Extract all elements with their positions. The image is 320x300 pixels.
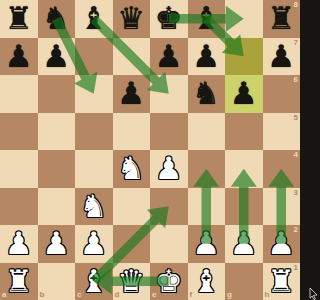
piece-black-rook-h8[interactable]: ♜ bbox=[267, 0, 295, 38]
square-d4[interactable]: ♞ bbox=[113, 150, 151, 188]
square-a7[interactable]: ♟ bbox=[0, 38, 38, 76]
square-e2[interactable] bbox=[150, 225, 188, 263]
square-b8[interactable]: ♞ bbox=[38, 0, 76, 38]
coord-file-h: h bbox=[265, 291, 270, 299]
piece-white-pawn-a2[interactable]: ♟ bbox=[5, 225, 33, 263]
coord-file-c: c bbox=[77, 291, 81, 299]
square-g5[interactable] bbox=[225, 113, 263, 151]
coord-file-a: a bbox=[2, 291, 6, 299]
square-c6[interactable] bbox=[75, 75, 113, 113]
piece-white-pawn-h2[interactable]: ♟ bbox=[267, 225, 295, 263]
square-a5[interactable] bbox=[0, 113, 38, 151]
square-c7[interactable] bbox=[75, 38, 113, 76]
piece-white-pawn-g2[interactable]: ♟ bbox=[230, 225, 258, 263]
piece-black-knight-f6[interactable]: ♞ bbox=[192, 75, 220, 113]
piece-white-queen-d1[interactable]: ♛ bbox=[117, 263, 145, 300]
square-d5[interactable] bbox=[113, 113, 151, 151]
square-h7[interactable]: ♟7 bbox=[263, 38, 301, 76]
coord-rank-2: 2 bbox=[294, 226, 298, 234]
square-a8[interactable]: ♜ bbox=[0, 0, 38, 38]
piece-white-rook-h1[interactable]: ♜ bbox=[267, 263, 295, 300]
square-g4[interactable] bbox=[225, 150, 263, 188]
piece-white-rook-a1[interactable]: ♜ bbox=[5, 263, 33, 300]
coord-file-d: d bbox=[115, 291, 120, 299]
piece-black-rook-a8[interactable]: ♜ bbox=[5, 0, 33, 38]
coord-rank-4: 4 bbox=[294, 151, 298, 159]
square-b5[interactable] bbox=[38, 113, 76, 151]
piece-white-pawn-f2[interactable]: ♟ bbox=[192, 225, 220, 263]
square-b4[interactable] bbox=[38, 150, 76, 188]
square-g7[interactable] bbox=[225, 38, 263, 76]
chess-board: ♜♞♝♛♚♝♜8♟♟♟♟♟7♟♞♟65♞♟4♞3♟♟♟♟♟♟2♜ab♝c♛d♚e… bbox=[0, 0, 300, 300]
coord-rank-7: 7 bbox=[294, 39, 298, 47]
square-f8[interactable]: ♝ bbox=[188, 0, 226, 38]
coord-rank-5: 5 bbox=[294, 114, 298, 122]
piece-white-pawn-c2[interactable]: ♟ bbox=[80, 225, 108, 263]
coord-file-f: f bbox=[190, 291, 193, 299]
piece-white-bishop-f1[interactable]: ♝ bbox=[192, 263, 220, 300]
square-d6[interactable]: ♟ bbox=[113, 75, 151, 113]
piece-black-pawn-e7[interactable]: ♟ bbox=[155, 38, 183, 76]
square-e1[interactable]: ♚e bbox=[150, 263, 188, 300]
square-f5[interactable] bbox=[188, 113, 226, 151]
square-h1[interactable]: ♜1h bbox=[263, 263, 301, 300]
square-d7[interactable] bbox=[113, 38, 151, 76]
square-c8[interactable]: ♝ bbox=[75, 0, 113, 38]
square-g2[interactable]: ♟ bbox=[225, 225, 263, 263]
coord-file-g: g bbox=[227, 291, 232, 299]
square-g8[interactable] bbox=[225, 0, 263, 38]
piece-white-king-e1[interactable]: ♚ bbox=[155, 263, 183, 300]
square-d2[interactable] bbox=[113, 225, 151, 263]
square-f4[interactable] bbox=[188, 150, 226, 188]
piece-black-king-e8[interactable]: ♚ bbox=[155, 0, 183, 38]
coord-rank-3: 3 bbox=[294, 189, 298, 197]
piece-black-pawn-g6[interactable]: ♟ bbox=[230, 75, 258, 113]
square-a1[interactable]: ♜a bbox=[0, 263, 38, 300]
square-b7[interactable]: ♟ bbox=[38, 38, 76, 76]
square-a6[interactable] bbox=[0, 75, 38, 113]
piece-black-knight-b8[interactable]: ♞ bbox=[42, 0, 70, 38]
square-f3[interactable] bbox=[188, 188, 226, 226]
square-h2[interactable]: ♟2 bbox=[263, 225, 301, 263]
square-g1[interactable]: g bbox=[225, 263, 263, 300]
square-e7[interactable]: ♟ bbox=[150, 38, 188, 76]
square-h4[interactable]: 4 bbox=[263, 150, 301, 188]
square-h3[interactable]: 3 bbox=[263, 188, 301, 226]
square-c4[interactable] bbox=[75, 150, 113, 188]
coord-rank-1: 1 bbox=[294, 264, 298, 272]
square-f6[interactable]: ♞ bbox=[188, 75, 226, 113]
square-b6[interactable] bbox=[38, 75, 76, 113]
piece-black-pawn-f7[interactable]: ♟ bbox=[192, 38, 220, 76]
square-e4[interactable]: ♟ bbox=[150, 150, 188, 188]
piece-black-queen-d8[interactable]: ♛ bbox=[117, 0, 145, 38]
piece-white-bishop-c1[interactable]: ♝ bbox=[80, 263, 108, 300]
coord-rank-6: 6 bbox=[294, 76, 298, 84]
piece-white-pawn-b2[interactable]: ♟ bbox=[42, 225, 70, 263]
piece-black-pawn-a7[interactable]: ♟ bbox=[5, 38, 33, 76]
piece-black-pawn-h7[interactable]: ♟ bbox=[267, 38, 295, 76]
piece-black-bishop-f8[interactable]: ♝ bbox=[192, 0, 220, 38]
square-c2[interactable]: ♟ bbox=[75, 225, 113, 263]
square-d3[interactable] bbox=[113, 188, 151, 226]
square-c3[interactable]: ♞ bbox=[75, 188, 113, 226]
square-f1[interactable]: ♝f bbox=[188, 263, 226, 300]
square-f2[interactable]: ♟ bbox=[188, 225, 226, 263]
square-a3[interactable] bbox=[0, 188, 38, 226]
coord-file-e: e bbox=[152, 291, 156, 299]
piece-black-pawn-b7[interactable]: ♟ bbox=[42, 38, 70, 76]
square-b1[interactable]: b bbox=[38, 263, 76, 300]
piece-black-bishop-c8[interactable]: ♝ bbox=[80, 0, 108, 38]
coord-rank-8: 8 bbox=[294, 1, 298, 9]
square-e8[interactable]: ♚ bbox=[150, 0, 188, 38]
square-h6[interactable]: 6 bbox=[263, 75, 301, 113]
square-e6[interactable] bbox=[150, 75, 188, 113]
coord-file-b: b bbox=[40, 291, 45, 299]
square-f7[interactable]: ♟ bbox=[188, 38, 226, 76]
square-a4[interactable] bbox=[0, 150, 38, 188]
square-g6[interactable]: ♟ bbox=[225, 75, 263, 113]
square-g3[interactable] bbox=[225, 188, 263, 226]
square-c1[interactable]: ♝c bbox=[75, 263, 113, 300]
piece-white-knight-d4[interactable]: ♞ bbox=[117, 150, 145, 188]
square-h8[interactable]: ♜8 bbox=[263, 0, 301, 38]
square-b3[interactable] bbox=[38, 188, 76, 226]
piece-black-pawn-d6[interactable]: ♟ bbox=[117, 75, 145, 113]
square-d8[interactable]: ♛ bbox=[113, 0, 151, 38]
piece-white-pawn-e4[interactable]: ♟ bbox=[155, 150, 183, 188]
square-c5[interactable] bbox=[75, 113, 113, 151]
square-b2[interactable]: ♟ bbox=[38, 225, 76, 263]
square-e3[interactable] bbox=[150, 188, 188, 226]
square-d1[interactable]: ♛d bbox=[113, 263, 151, 300]
piece-white-knight-c3[interactable]: ♞ bbox=[80, 188, 108, 226]
square-a2[interactable]: ♟ bbox=[0, 225, 38, 263]
square-e5[interactable] bbox=[150, 113, 188, 151]
square-h5[interactable]: 5 bbox=[263, 113, 301, 151]
